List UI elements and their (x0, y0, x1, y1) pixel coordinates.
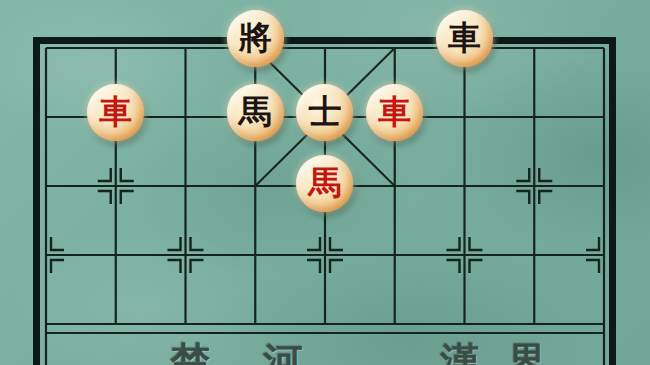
piece-black-chariot[interactable]: 車 (436, 10, 493, 67)
black-horse-glyph: 馬 (239, 95, 272, 128)
piece-red-chariot-left[interactable]: 車 (87, 84, 144, 141)
piece-red-horse[interactable]: 馬 (296, 155, 353, 212)
board-grid: 將車車馬士車馬 (11, 13, 639, 358)
piece-black-horse[interactable]: 馬 (227, 84, 284, 141)
piece-black-general[interactable]: 將 (227, 10, 284, 67)
red-chariot-left-glyph: 車 (99, 95, 132, 128)
xiangqi-board: 楚河漢界 將車車馬士車馬 (0, 0, 650, 365)
black-advisor-glyph: 士 (308, 95, 341, 128)
red-horse-glyph: 馬 (308, 166, 341, 199)
black-general-glyph: 將 (239, 21, 272, 54)
piece-black-advisor[interactable]: 士 (296, 84, 353, 141)
piece-red-chariot-right[interactable]: 車 (366, 84, 423, 141)
red-chariot-right-glyph: 車 (378, 95, 411, 128)
black-chariot-glyph: 車 (448, 21, 481, 54)
